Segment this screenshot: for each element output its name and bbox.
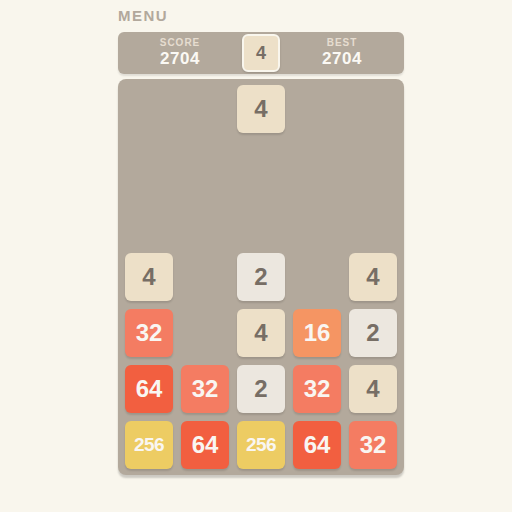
empty-cell — [293, 85, 341, 133]
score-value: 2704 — [160, 49, 200, 69]
empty-cell — [181, 197, 229, 245]
tile-2: 2 — [237, 365, 285, 413]
tile-256: 256 — [237, 421, 285, 469]
best-box: BEST 2704 — [280, 37, 404, 68]
menu-button[interactable]: MENU — [118, 7, 168, 24]
game-screen: MENU SCORE 2704 4 BEST 2704 442432416264… — [0, 0, 512, 512]
score-box: SCORE 2704 — [118, 37, 242, 68]
tile-4: 4 — [125, 253, 173, 301]
empty-cell — [181, 253, 229, 301]
empty-cell — [125, 141, 173, 189]
empty-cell — [349, 85, 397, 133]
tile-32: 32 — [293, 365, 341, 413]
empty-cell — [181, 141, 229, 189]
empty-cell — [293, 197, 341, 245]
tile-2: 2 — [237, 253, 285, 301]
empty-cell — [181, 309, 229, 357]
tile-16: 16 — [293, 309, 341, 357]
tile-32: 32 — [349, 421, 397, 469]
empty-cell — [125, 85, 173, 133]
tile-4: 4 — [349, 365, 397, 413]
tile-4: 4 — [237, 309, 285, 357]
empty-cell — [349, 197, 397, 245]
tile-4: 4 — [237, 85, 285, 133]
empty-cell — [293, 141, 341, 189]
tile-4: 4 — [349, 253, 397, 301]
empty-cell — [293, 253, 341, 301]
tile-64: 64 — [125, 365, 173, 413]
best-label: BEST — [327, 37, 358, 49]
tile-256: 256 — [125, 421, 173, 469]
empty-cell — [349, 141, 397, 189]
tile-64: 64 — [181, 421, 229, 469]
empty-cell — [237, 141, 285, 189]
tile-32: 32 — [125, 309, 173, 357]
empty-cell — [237, 197, 285, 245]
empty-cell — [125, 197, 173, 245]
board[interactable]: 442432416264322324256642566432 — [118, 79, 404, 475]
score-label: SCORE — [160, 37, 201, 49]
score-bar: SCORE 2704 4 BEST 2704 — [118, 32, 404, 74]
tile-64: 64 — [293, 421, 341, 469]
tile-32: 32 — [181, 365, 229, 413]
best-value: 2704 — [322, 49, 362, 69]
next-tile-preview: 4 — [242, 34, 280, 72]
empty-cell — [181, 85, 229, 133]
tile-2: 2 — [349, 309, 397, 357]
